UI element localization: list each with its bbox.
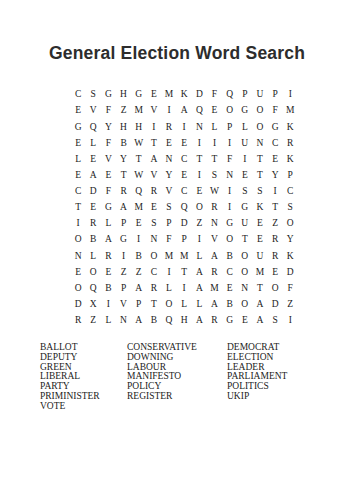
grid-cell: I (268, 184, 283, 200)
grid-cell: T (252, 281, 267, 297)
grid-cell: P (116, 281, 131, 297)
grid-cell: Q (131, 184, 146, 200)
grid-cell: G (71, 119, 86, 135)
grid-cell: I (146, 119, 161, 135)
grid-cell: Q (161, 313, 176, 329)
grid-cell: G (222, 216, 237, 232)
grid-cell: M (177, 248, 192, 264)
grid-cell: I (161, 103, 176, 119)
grid-cell: R (207, 313, 222, 329)
grid-cell: F (207, 87, 222, 103)
grid-cell: Z (116, 103, 131, 119)
grid-cell: Z (131, 264, 146, 280)
grid-cell: M (131, 103, 146, 119)
word-list-column: BALLOTDEPUTYGREENLIBERALPARTYPRIMINISTER… (40, 343, 100, 411)
grid-cell: S (207, 168, 222, 184)
grid-cell: L (161, 281, 176, 297)
grid-cell: Z (268, 216, 283, 232)
grid-cell: I (161, 264, 176, 280)
grid-cell: N (116, 313, 131, 329)
grid-cell: S (283, 200, 298, 216)
grid-cell: S (86, 87, 101, 103)
grid-cell: Y (116, 152, 131, 168)
grid-cell: R (101, 248, 116, 264)
word-list: BALLOTDEPUTYGREENLIBERALPARTYPRIMINISTER… (0, 343, 354, 418)
grid-cell: F (222, 152, 237, 168)
grid-cell: C (283, 184, 298, 200)
grid-cell: I (177, 281, 192, 297)
grid-cell: Z (116, 264, 131, 280)
grid-cell: A (252, 313, 267, 329)
grid-cell: R (268, 248, 283, 264)
grid-cell: H (131, 119, 146, 135)
grid-cell: V (207, 232, 222, 248)
word-list-item: REGISTER (127, 392, 197, 402)
grid-cell: N (237, 281, 252, 297)
grid-cell: Q (177, 200, 192, 216)
grid-cell: U (252, 248, 267, 264)
grid-cell: C (177, 184, 192, 200)
grid-cell: Z (86, 313, 101, 329)
grid-cell: A (192, 313, 207, 329)
word-list-item: UKIP (227, 392, 287, 402)
grid-cell: E (177, 168, 192, 184)
grid-cell: K (283, 152, 298, 168)
grid-cell: C (71, 184, 86, 200)
grid-cell: W (131, 135, 146, 151)
grid-cell: O (71, 281, 86, 297)
grid-cell: R (71, 313, 86, 329)
grid-cell: E (177, 135, 192, 151)
grid-cell: E (86, 200, 101, 216)
grid-cell: L (101, 216, 116, 232)
grid-cell: R (146, 184, 161, 200)
word-list-column: CONSERVATIVEDOWNINGLABOURMANIFESTOPOLICY… (127, 343, 197, 402)
grid-cell: C (222, 264, 237, 280)
grid-cell: A (86, 168, 101, 184)
grid-cell: L (86, 248, 101, 264)
grid-cell: B (222, 297, 237, 313)
grid-cell: D (268, 297, 283, 313)
grid-cell: O (222, 232, 237, 248)
grid-cell: E (71, 103, 86, 119)
grid-cell: R (86, 216, 101, 232)
grid-cell: E (268, 152, 283, 168)
grid-cell: I (222, 200, 237, 216)
grid-cell: T (116, 168, 131, 184)
grid-cell: E (146, 200, 161, 216)
grid-cell: B (146, 313, 161, 329)
grid-cell: I (222, 184, 237, 200)
grid-cell: P (268, 87, 283, 103)
grid-cell: L (86, 135, 101, 151)
grid-cell: C (146, 264, 161, 280)
grid-cell: A (131, 281, 146, 297)
grid-cell: A (192, 264, 207, 280)
grid-cell: A (207, 297, 222, 313)
grid-cell: T (237, 232, 252, 248)
grid-cell: R (268, 232, 283, 248)
grid-cell: I (207, 135, 222, 151)
grid-cell: O (146, 248, 161, 264)
grid-cell: H (116, 119, 131, 135)
grid-cell: E (71, 264, 86, 280)
grid-cell: K (252, 200, 267, 216)
grid-cell: E (192, 184, 207, 200)
grid-cell: S (237, 184, 252, 200)
grid-cell: E (86, 152, 101, 168)
grid-cell: R (207, 264, 222, 280)
grid-cell: F (101, 103, 116, 119)
grid-cell: R (283, 135, 298, 151)
grid-cell: B (131, 248, 146, 264)
grid-cell: G (101, 200, 116, 216)
grid-cell: B (86, 232, 101, 248)
grid-cell: S (268, 313, 283, 329)
grid-cell: D (192, 87, 207, 103)
grid-cell: V (86, 103, 101, 119)
grid-cell: Z (283, 297, 298, 313)
puzzle-title: General Election Word Search (0, 43, 354, 64)
grid-cell: G (131, 87, 146, 103)
grid-cell: D (86, 184, 101, 200)
grid-cell: E (207, 103, 222, 119)
grid-cell: T (146, 135, 161, 151)
grid-cell: S (252, 184, 267, 200)
grid-cell: I (192, 168, 207, 184)
grid-cell: N (207, 216, 222, 232)
grid-cell: M (207, 281, 222, 297)
grid-cell: T (252, 168, 267, 184)
grid-cell: B (116, 135, 131, 151)
grid-cell: I (71, 216, 86, 232)
grid-cell: I (283, 313, 298, 329)
grid-cell: M (131, 200, 146, 216)
grid-cell: I (131, 232, 146, 248)
grid-cell: E (71, 135, 86, 151)
grid-cell: O (222, 103, 237, 119)
grid-cell: U (237, 135, 252, 151)
grid-cell: H (177, 313, 192, 329)
grid-cell: M (161, 248, 176, 264)
grid-cell: F (161, 232, 176, 248)
grid-cell: N (222, 168, 237, 184)
grid-cell: I (192, 135, 207, 151)
grid-cell: W (207, 184, 222, 200)
grid-cell: E (161, 135, 176, 151)
grid-cell: O (252, 119, 267, 135)
grid-cell: F (101, 184, 116, 200)
grid-cell: E (71, 168, 86, 184)
grid-cell: F (268, 103, 283, 119)
grid-cell: O (161, 297, 176, 313)
grid-cell: E (146, 87, 161, 103)
grid-cell: T (131, 152, 146, 168)
grid-cell: K (283, 119, 298, 135)
grid-cell: A (116, 200, 131, 216)
grid-cell: I (177, 119, 192, 135)
grid-cell: R (146, 281, 161, 297)
grid-cell: I (222, 135, 237, 151)
word-list-column: DEMOCRATELECTIONLEADERPARLIAMENTPOLITICS… (227, 343, 287, 402)
grid-cell: U (237, 216, 252, 232)
grid-cell: N (161, 152, 176, 168)
grid-cell: N (252, 135, 267, 151)
grid-cell: E (237, 168, 252, 184)
grid-cell: T (268, 200, 283, 216)
grid-cell: Y (283, 232, 298, 248)
grid-cell: X (86, 297, 101, 313)
grid-cell: T (177, 264, 192, 280)
grid-cell: A (131, 313, 146, 329)
grid-cell: Q (86, 119, 101, 135)
grid-cell: D (177, 216, 192, 232)
grid-cell: A (192, 281, 207, 297)
grid-cell: H (116, 87, 131, 103)
grid-cell: I (192, 232, 207, 248)
grid-cell: L (207, 119, 222, 135)
grid-cell: O (237, 248, 252, 264)
grid-cell: I (283, 87, 298, 103)
grid-cell: Y (161, 168, 176, 184)
grid-cell: E (131, 216, 146, 232)
grid-cell: N (192, 119, 207, 135)
grid-cell: G (237, 200, 252, 216)
grid-cell: K (177, 87, 192, 103)
grid-cell: G (237, 103, 252, 119)
grid-cell: P (116, 216, 131, 232)
grid-cell: O (237, 297, 252, 313)
grid-cell: Q (192, 103, 207, 119)
grid-cell: E (101, 264, 116, 280)
grid-cell: Z (192, 216, 207, 232)
grid-cell: A (146, 152, 161, 168)
grid-cell: U (252, 87, 267, 103)
grid-cell: V (161, 184, 176, 200)
grid-cell: P (131, 297, 146, 313)
grid-cell: L (237, 119, 252, 135)
grid-cell: O (268, 281, 283, 297)
grid-cell: L (71, 152, 86, 168)
grid-cell: O (283, 216, 298, 232)
grid-cell: R (207, 200, 222, 216)
grid-cell: G (222, 313, 237, 329)
grid-cell: O (192, 200, 207, 216)
grid-cell: B (101, 281, 116, 297)
grid-cell: T (207, 152, 222, 168)
grid-cell: P (222, 119, 237, 135)
grid-cell: O (71, 232, 86, 248)
grid-cell: F (101, 135, 116, 151)
grid-cell: F (283, 281, 298, 297)
grid-cell: W (131, 168, 146, 184)
grid-cell: Q (86, 281, 101, 297)
grid-cell: E (268, 264, 283, 280)
grid-cell: S (161, 200, 176, 216)
grid-cell: T (192, 152, 207, 168)
grid-cell: C (71, 87, 86, 103)
grid-cell: V (116, 297, 131, 313)
grid-cell: P (283, 168, 298, 184)
grid-cell: E (252, 216, 267, 232)
grid-cell: M (161, 87, 176, 103)
grid-cell: D (283, 264, 298, 280)
grid-cell: C (268, 135, 283, 151)
grid-cell: L (192, 297, 207, 313)
grid-cell: P (161, 216, 176, 232)
grid-cell: M (252, 264, 267, 280)
grid-cell: C (177, 152, 192, 168)
grid-cell: A (177, 103, 192, 119)
grid-cell: O (86, 264, 101, 280)
grid-cell: E (237, 313, 252, 329)
grid-cell: B (222, 248, 237, 264)
grid-cell: M (283, 103, 298, 119)
grid-cell: A (101, 232, 116, 248)
grid-cell: O (252, 103, 267, 119)
grid-cell: I (237, 152, 252, 168)
grid-cell: E (252, 232, 267, 248)
grid-cell: E (222, 281, 237, 297)
grid-cell: I (116, 248, 131, 264)
grid-cell: L (192, 248, 207, 264)
grid-cell: D (71, 297, 86, 313)
grid-cell: P (177, 232, 192, 248)
grid-cell: Q (222, 87, 237, 103)
grid-cell: L (101, 313, 116, 329)
grid-cell: V (101, 152, 116, 168)
grid-cell: T (146, 297, 161, 313)
grid-cell: R (161, 119, 176, 135)
grid-cell: G (101, 87, 116, 103)
grid-cell: I (101, 297, 116, 313)
wordsearch-grid: CSGHGEMKDFQPUPIEVFZMVIAQEOGOFMGQYHHIRINL… (71, 87, 298, 329)
grid-cell: V (146, 168, 161, 184)
grid-cell: P (237, 87, 252, 103)
grid-cell: G (268, 119, 283, 135)
grid-cell: Y (101, 119, 116, 135)
grid-cell: A (252, 297, 267, 313)
grid-cell: N (71, 248, 86, 264)
grid-cell: V (146, 103, 161, 119)
grid-cell: G (116, 232, 131, 248)
grid-cell: R (116, 184, 131, 200)
grid-cell: T (252, 152, 267, 168)
grid-cell: E (101, 168, 116, 184)
grid-cell: S (146, 216, 161, 232)
grid-cell: T (71, 200, 86, 216)
grid-cell: K (283, 248, 298, 264)
grid-cell: O (237, 264, 252, 280)
grid-cell: N (146, 232, 161, 248)
word-list-item: VOTE (40, 402, 100, 412)
grid-cell: L (177, 297, 192, 313)
grid-cell: Y (268, 168, 283, 184)
grid-cell: A (207, 248, 222, 264)
